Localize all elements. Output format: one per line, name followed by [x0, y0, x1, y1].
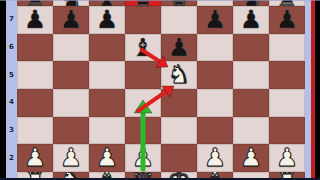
black-pawn-g7[interactable]: ♟: [233, 6, 269, 34]
white-pawn-f2[interactable]: ♟: [197, 144, 233, 172]
square-c7[interactable]: ♟: [89, 6, 125, 34]
square-b2[interactable]: ♟: [53, 144, 89, 172]
square-d2[interactable]: ♟: [125, 144, 161, 172]
white-pawn-c2[interactable]: ♟: [89, 144, 125, 172]
square-a4[interactable]: [17, 89, 53, 117]
square-g3[interactable]: [233, 117, 269, 145]
square-e4[interactable]: [161, 89, 197, 117]
square-f3[interactable]: [197, 117, 233, 145]
square-d4[interactable]: [125, 89, 161, 117]
square-f4[interactable]: [197, 89, 233, 117]
square-d7[interactable]: [125, 6, 161, 34]
square-e3[interactable]: [161, 117, 197, 145]
square-a6[interactable]: [17, 34, 53, 62]
square-h5[interactable]: [269, 61, 305, 89]
black-pawn-a7[interactable]: ♟: [17, 6, 53, 34]
square-c5[interactable]: [89, 61, 125, 89]
square-a3[interactable]: [17, 117, 53, 145]
square-e2[interactable]: [161, 144, 197, 172]
square-c6[interactable]: [89, 34, 125, 62]
square-b4[interactable]: [53, 89, 89, 117]
rank-label-6: 6: [6, 43, 17, 52]
white-pawn-a2[interactable]: ♟: [17, 144, 53, 172]
square-b3[interactable]: [53, 117, 89, 145]
rank-coordinates-left: 87654321: [6, 0, 17, 180]
top-edge-hairline: [0, 0, 320, 1]
square-d6[interactable]: ♝: [125, 34, 161, 62]
square-h2[interactable]: ♟: [269, 144, 305, 172]
square-a2[interactable]: ♟: [17, 144, 53, 172]
square-a5[interactable]: [17, 61, 53, 89]
square-f7[interactable]: ♟: [197, 6, 233, 34]
square-h7[interactable]: ♟: [269, 6, 305, 34]
white-knight-e5[interactable]: ♞: [161, 61, 197, 89]
chess-video-frame: 87654321 ♜♞♝♛♚♞♜♟♟♟♟♟♟♝♟♞♟♟♟♟♟♟♟♜♞♝♛♚♝♜: [0, 0, 320, 180]
square-f5[interactable]: [197, 61, 233, 89]
square-g5[interactable]: [233, 61, 269, 89]
square-h6[interactable]: [269, 34, 305, 62]
bottom-edge-bar: [0, 178, 320, 180]
white-pawn-d2[interactable]: ♟: [125, 144, 161, 172]
white-pawn-b2[interactable]: ♟: [53, 144, 89, 172]
square-c2[interactable]: ♟: [89, 144, 125, 172]
rank-label-7: 7: [6, 15, 17, 24]
square-a7[interactable]: ♟: [17, 6, 53, 34]
rank-label-2: 2: [6, 154, 17, 163]
square-e7[interactable]: [161, 6, 197, 34]
square-e6[interactable]: ♟: [161, 34, 197, 62]
square-g2[interactable]: ♟: [233, 144, 269, 172]
black-pawn-f7[interactable]: ♟: [197, 6, 233, 34]
square-f2[interactable]: ♟: [197, 144, 233, 172]
black-pawn-c7[interactable]: ♟: [89, 6, 125, 34]
square-g4[interactable]: [233, 89, 269, 117]
rank-label-4: 4: [6, 98, 17, 107]
square-h3[interactable]: [269, 117, 305, 145]
square-h4[interactable]: [269, 89, 305, 117]
white-pawn-g2[interactable]: ♟: [233, 144, 269, 172]
right-edge-bar: [315, 0, 320, 180]
square-c4[interactable]: [89, 89, 125, 117]
square-g6[interactable]: [233, 34, 269, 62]
square-b5[interactable]: [53, 61, 89, 89]
rank-label-3: 3: [6, 126, 17, 135]
black-pawn-h7[interactable]: ♟: [269, 6, 305, 34]
rank-label-5: 5: [6, 71, 17, 80]
square-g7[interactable]: ♟: [233, 6, 269, 34]
square-c3[interactable]: [89, 117, 125, 145]
square-b7[interactable]: ♟: [53, 6, 89, 34]
black-pawn-e6[interactable]: ♟: [161, 34, 197, 62]
square-d3[interactable]: [125, 117, 161, 145]
black-bishop-d6[interactable]: ♝: [125, 34, 161, 62]
black-pawn-b7[interactable]: ♟: [53, 6, 89, 34]
square-b6[interactable]: [53, 34, 89, 62]
square-f6[interactable]: [197, 34, 233, 62]
square-d5[interactable]: [125, 61, 161, 89]
chess-board: ♜♞♝♛♚♞♜♟♟♟♟♟♟♝♟♞♟♟♟♟♟♟♟♜♞♝♛♚♝♜: [17, 0, 305, 180]
white-pawn-h2[interactable]: ♟: [269, 144, 305, 172]
square-e5[interactable]: ♞: [161, 61, 197, 89]
